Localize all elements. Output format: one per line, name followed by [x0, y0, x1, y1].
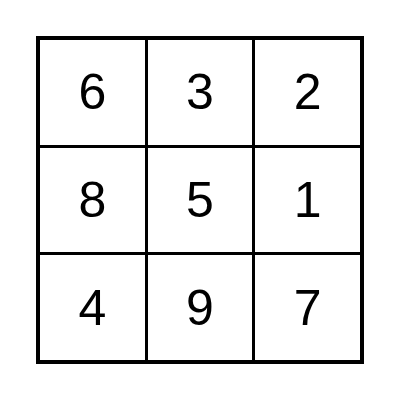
grid-cell-r1c2[interactable]: 3 — [148, 40, 253, 145]
grid-cell-r2c2[interactable]: 5 — [148, 148, 253, 253]
grid-cell-r2c3[interactable]: 1 — [255, 148, 360, 253]
number-grid-board: 6 3 2 8 5 1 4 9 7 — [36, 36, 364, 364]
grid-cell-r1c3[interactable]: 2 — [255, 40, 360, 145]
grid-cell-r2c1[interactable]: 8 — [40, 148, 145, 253]
grid-cell-r3c2[interactable]: 9 — [148, 255, 253, 360]
grid-cell-r3c3[interactable]: 7 — [255, 255, 360, 360]
grid-cell-r3c1[interactable]: 4 — [40, 255, 145, 360]
grid-cell-r1c1[interactable]: 6 — [40, 40, 145, 145]
